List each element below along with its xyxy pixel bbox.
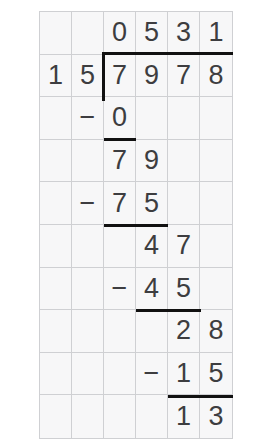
cell-r10c3-empty [104,395,136,438]
cell-r1c4-digit: 5 [136,12,168,55]
cell-r3c5-empty [168,97,200,140]
cell-r1c3-digit: 0 [104,12,136,55]
cell-r9c5-digit: 1 [168,353,200,396]
cell-r1c1-empty [40,12,72,55]
cell-r8c1-empty [40,310,72,353]
cell-r6c5-digit: 7 [168,225,200,268]
cell-r9c1-empty [40,353,72,396]
subtraction-underline-row7 [136,309,201,312]
cell-r2c3-digit: 7 [104,55,136,98]
cell-r5c5-empty [168,182,200,225]
cell-r4c4-digit: 9 [136,140,168,183]
cell-r8c5-digit: 2 [168,310,200,353]
cell-r7c5-digit: 5 [168,268,200,311]
cell-r10c2-empty [72,395,104,438]
cell-r4c2-empty [72,140,104,183]
cell-r6c2-empty [72,225,104,268]
cell-r2c5-digit: 7 [168,55,200,98]
cell-r9c3-empty [104,353,136,396]
cell-r6c6-empty [200,225,232,268]
cell-r1c2-empty [72,12,104,55]
cell-r6c1-empty [40,225,72,268]
subtraction-underline-row9 [168,395,233,398]
cell-r4c5-empty [168,140,200,183]
cell-r3c4-empty [136,97,168,140]
division-bracket-horizontal [104,52,233,55]
cell-r6c3-empty [104,225,136,268]
cell-r2c4-digit: 9 [136,55,168,98]
cell-r10c4-empty [136,395,168,438]
cell-r2c1-digit: 1 [40,55,72,98]
cell-r5c4-digit: 5 [136,182,168,225]
cell-r6c4-digit: 4 [136,225,168,268]
cell-r4c6-empty [200,140,232,183]
cell-r3c6-empty [200,97,232,140]
cell-r8c2-empty [72,310,104,353]
cell-r9c2-empty [72,353,104,396]
cell-r7c4-digit: 4 [136,268,168,311]
cell-r10c1-empty [40,395,72,438]
division-board: 0531157978−079−7547−4528−1513 [39,11,233,439]
subtraction-underline-row3 [104,138,136,141]
cell-r1c6-digit: 1 [200,12,232,55]
cell-r8c6-digit: 8 [200,310,232,353]
cell-r5c3-digit: 7 [104,182,136,225]
cell-r1c5-digit: 3 [168,12,200,55]
cell-r3c2-minus-sign: − [72,97,104,140]
cell-r5c1-empty [40,182,72,225]
cell-r9c6-digit: 5 [200,353,232,396]
cell-r8c4-empty [136,310,168,353]
long-division-worksheet: 0531157978−079−7547−4528−1513 [0,0,271,448]
cell-r8c3-empty [104,310,136,353]
cell-r7c3-minus-sign: − [104,268,136,311]
cell-r10c5-digit: 1 [168,395,200,438]
cell-r5c6-empty [200,182,232,225]
cell-r9c4-minus-sign: − [136,353,168,396]
cell-r2c6-digit: 8 [200,55,232,98]
cell-r4c1-empty [40,140,72,183]
cell-r3c3-digit: 0 [104,97,136,140]
cell-r10c6-digit: 3 [200,395,232,438]
cell-r2c2-digit: 5 [72,55,104,98]
cell-r7c1-empty [40,268,72,311]
cell-r3c1-empty [40,97,72,140]
subtraction-underline-row5 [104,224,169,227]
cell-r7c2-empty [72,268,104,311]
cell-r4c3-digit: 7 [104,140,136,183]
division-bracket-vertical [102,52,105,101]
cell-r5c2-minus-sign: − [72,182,104,225]
cell-r7c6-empty [200,268,232,311]
